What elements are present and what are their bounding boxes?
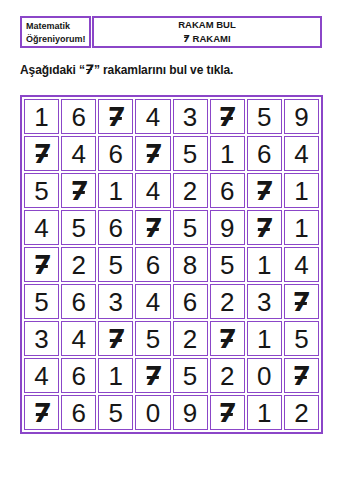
grid-cell-r9c4[interactable]: 0	[135, 395, 170, 430]
grid-cell-r9c1[interactable]: 7	[24, 395, 59, 430]
grid-cell-r3c5[interactable]: 2	[173, 173, 208, 208]
grid-cell-r1c7[interactable]: 5	[247, 99, 282, 134]
digit: 1	[109, 363, 123, 389]
digit: 4	[146, 104, 160, 130]
grid-cell-r7c7[interactable]: 1	[247, 321, 282, 356]
grid-cell-r8c8[interactable]: 7	[284, 358, 319, 393]
grid-cell-r3c3[interactable]: 1	[98, 173, 133, 208]
digit: 5	[183, 215, 197, 241]
grid-cell-r8c2[interactable]: 6	[61, 358, 96, 393]
digit: 4	[294, 252, 308, 278]
digit: 2	[183, 326, 197, 352]
grid-cell-r5c8[interactable]: 4	[284, 247, 319, 282]
target-seven-digit: 7	[291, 289, 312, 315]
grid-cell-r5c7[interactable]: 1	[247, 247, 282, 282]
instruction-prefix: Aşağıdaki “	[20, 63, 85, 77]
target-seven-digit: 7	[217, 326, 238, 352]
grid-cell-r5c3[interactable]: 5	[98, 247, 133, 282]
digit: 5	[109, 252, 123, 278]
target-seven-digit: 7	[31, 400, 52, 426]
grid-cell-r4c7[interactable]: 7	[247, 210, 282, 245]
page-title: RAKAM BUL	[178, 18, 236, 32]
digit: 1	[294, 215, 308, 241]
grid-cell-r9c7[interactable]: 1	[247, 395, 282, 430]
digit: 6	[220, 178, 234, 204]
digit: 5	[71, 215, 85, 241]
digit: 9	[294, 104, 308, 130]
grid-cell-r5c2[interactable]: 2	[61, 247, 96, 282]
grid-cell-r2c6[interactable]: 1	[210, 136, 245, 171]
grid-cell-r3c4[interactable]: 4	[135, 173, 170, 208]
digit: 1	[109, 178, 123, 204]
target-seven-digit: 7	[31, 252, 52, 278]
grid-cell-r7c8[interactable]: 5	[284, 321, 319, 356]
target-seven-digit: 7	[254, 178, 275, 204]
digit: 1	[257, 400, 271, 426]
digit: 6	[257, 141, 271, 167]
grid-cell-r9c6[interactable]: 7	[210, 395, 245, 430]
digit: 2	[183, 178, 197, 204]
digit: 5	[34, 289, 48, 315]
target-seven-digit: 7	[217, 104, 238, 130]
digit: 5	[34, 178, 48, 204]
grid-cell-r8c5[interactable]: 5	[173, 358, 208, 393]
digit: 4	[146, 178, 160, 204]
number-grid: 1674375974675164571426714567597172568514…	[20, 95, 323, 434]
target-seven-digit: 7	[105, 326, 126, 352]
grid-cell-r4c5[interactable]: 5	[173, 210, 208, 245]
subtitle-rest: RAKAMI	[190, 33, 231, 44]
grid-cell-r9c5[interactable]: 9	[173, 395, 208, 430]
grid-cell-r4c4[interactable]: 7	[135, 210, 170, 245]
digit: 5	[294, 326, 308, 352]
digit: 6	[183, 289, 197, 315]
digit: 1	[257, 326, 271, 352]
target-seven-digit: 7	[254, 215, 275, 241]
digit: 1	[34, 104, 48, 130]
digit: 2	[71, 252, 85, 278]
digit: 2	[294, 400, 308, 426]
grid-cell-r5c6[interactable]: 5	[210, 247, 245, 282]
target-seven-digit: 7	[143, 141, 164, 167]
grid-cell-r3c7[interactable]: 7	[247, 173, 282, 208]
target-seven-digit: 7	[291, 363, 312, 389]
grid-cell-r9c8[interactable]: 2	[284, 395, 319, 430]
grid-cell-r5c4[interactable]: 6	[135, 247, 170, 282]
grid-cell-r2c8[interactable]: 4	[284, 136, 319, 171]
digit: 6	[71, 400, 85, 426]
grid-cell-r7c1[interactable]: 3	[24, 321, 59, 356]
grid-cell-r3c1[interactable]: 5	[24, 173, 59, 208]
target-seven-digit: 7	[217, 400, 238, 426]
digit: 4	[71, 326, 85, 352]
digit: 9	[220, 215, 234, 241]
grid-cell-r1c8[interactable]: 9	[284, 99, 319, 134]
digit: 6	[109, 215, 123, 241]
grid-cell-r2c5[interactable]: 5	[173, 136, 208, 171]
worksheet-page: Matematik Öğreniyorum! RAKAM BUL 7 RAKAM…	[0, 0, 340, 480]
grid-cell-r4c2[interactable]: 5	[61, 210, 96, 245]
instruction-suffix: ” rakamlarını bul ve tıkla.	[94, 63, 233, 77]
grid-cell-r9c2[interactable]: 6	[61, 395, 96, 430]
digit: 3	[34, 326, 48, 352]
grid-cell-r3c6[interactable]: 6	[210, 173, 245, 208]
brand-line1: Matematik	[26, 20, 85, 33]
digit: 5	[183, 141, 197, 167]
grid-cell-r9c3[interactable]: 5	[98, 395, 133, 430]
digit: 3	[183, 104, 197, 130]
instruction-text: Aşağıdaki “7” rakamlarını bul ve tıkla.	[20, 62, 233, 77]
grid-cell-r2c2[interactable]: 4	[61, 136, 96, 171]
grid-cell-r3c8[interactable]: 1	[284, 173, 319, 208]
grid-cell-r1c4[interactable]: 4	[135, 99, 170, 134]
grid-cell-r4c8[interactable]: 1	[284, 210, 319, 245]
instruction-target-digit: 7	[84, 62, 95, 77]
digit: 6	[109, 141, 123, 167]
grid-cell-r1c2[interactable]: 6	[61, 99, 96, 134]
target-seven-digit: 7	[143, 363, 164, 389]
grid-cell-r1c3[interactable]: 7	[98, 99, 133, 134]
digit: 5	[146, 326, 160, 352]
digit: 4	[294, 141, 308, 167]
grid-cell-r5c1[interactable]: 7	[24, 247, 59, 282]
digit: 2	[220, 289, 234, 315]
digit: 5	[257, 104, 271, 130]
grid-cell-r3c2[interactable]: 7	[61, 173, 96, 208]
digit: 8	[183, 252, 197, 278]
grid-cell-r7c3[interactable]: 7	[98, 321, 133, 356]
grid-cell-r6c6[interactable]: 2	[210, 284, 245, 319]
grid-cell-r6c8[interactable]: 7	[284, 284, 319, 319]
grid-cell-r2c1[interactable]: 7	[24, 136, 59, 171]
grid-cell-r5c5[interactable]: 8	[173, 247, 208, 282]
grid-cell-r7c6[interactable]: 7	[210, 321, 245, 356]
brand-box: Matematik Öğreniyorum!	[20, 16, 91, 48]
digit: 6	[71, 363, 85, 389]
digit: 0	[146, 400, 160, 426]
grid-cell-r1c1[interactable]: 1	[24, 99, 59, 134]
grid-cell-r8c4[interactable]: 7	[135, 358, 170, 393]
grid-cell-r6c5[interactable]: 6	[173, 284, 208, 319]
digit: 9	[183, 400, 197, 426]
target-seven-digit: 7	[68, 178, 89, 204]
grid-cell-r8c1[interactable]: 4	[24, 358, 59, 393]
digit: 3	[257, 289, 271, 315]
digit: 4	[34, 363, 48, 389]
digit: 5	[220, 252, 234, 278]
digit: 3	[109, 289, 123, 315]
digit: 4	[146, 289, 160, 315]
grid-cell-r6c3[interactable]: 3	[98, 284, 133, 319]
target-seven-digit: 7	[143, 215, 164, 241]
grid-cell-r1c6[interactable]: 7	[210, 99, 245, 134]
grid-cell-r2c3[interactable]: 6	[98, 136, 133, 171]
grid-cell-r4c3[interactable]: 6	[98, 210, 133, 245]
grid-cell-r6c7[interactable]: 3	[247, 284, 282, 319]
target-seven-digit: 7	[105, 104, 126, 130]
grid-cell-r7c5[interactable]: 2	[173, 321, 208, 356]
page-subtitle: 7 RAKAMI	[183, 32, 230, 46]
grid-cell-r7c2[interactable]: 4	[61, 321, 96, 356]
target-seven-digit: 7	[31, 141, 52, 167]
grid-cell-r7c4[interactable]: 5	[135, 321, 170, 356]
grid-cell-r8c3[interactable]: 1	[98, 358, 133, 393]
grid-cell-r8c7[interactable]: 0	[247, 358, 282, 393]
grid-cell-r6c4[interactable]: 4	[135, 284, 170, 319]
digit: 5	[183, 363, 197, 389]
digit: 5	[109, 400, 123, 426]
digit: 1	[220, 141, 234, 167]
digit: 0	[257, 363, 271, 389]
grid-cell-r6c1[interactable]: 5	[24, 284, 59, 319]
grid-cell-r8c6[interactable]: 2	[210, 358, 245, 393]
digit: 4	[71, 141, 85, 167]
title-box: RAKAM BUL 7 RAKAMI	[92, 16, 322, 48]
digit: 4	[34, 215, 48, 241]
digit: 1	[257, 252, 271, 278]
grid-cell-r4c1[interactable]: 4	[24, 210, 59, 245]
number-grid-cells: 1674375974675164571426714567597172568514…	[24, 99, 319, 430]
header: Matematik Öğreniyorum! RAKAM BUL 7 RAKAM…	[20, 16, 322, 48]
digit: 2	[220, 363, 234, 389]
digit: 6	[71, 289, 85, 315]
grid-cell-r1c5[interactable]: 3	[173, 99, 208, 134]
digit: 6	[146, 252, 160, 278]
brand-line2: Öğreniyorum!	[26, 33, 85, 46]
grid-cell-r4c6[interactable]: 9	[210, 210, 245, 245]
digit: 1	[294, 178, 308, 204]
grid-cell-r6c2[interactable]: 6	[61, 284, 96, 319]
grid-cell-r2c7[interactable]: 6	[247, 136, 282, 171]
grid-cell-r2c4[interactable]: 7	[135, 136, 170, 171]
digit: 6	[71, 104, 85, 130]
